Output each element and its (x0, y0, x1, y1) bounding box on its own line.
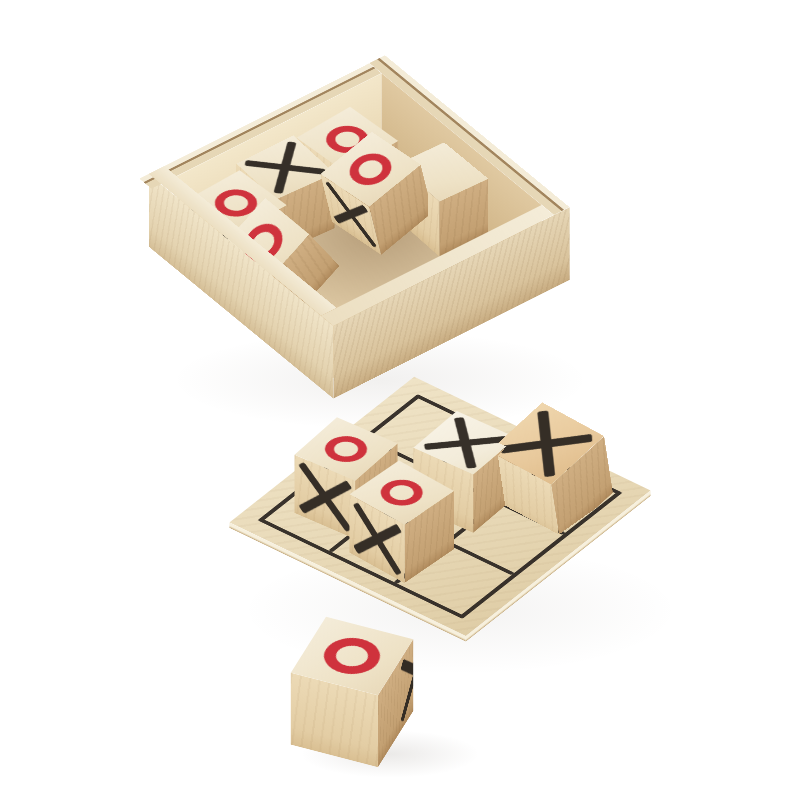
product-photo (0, 0, 800, 800)
o-symbol (315, 632, 388, 679)
o-symbol (371, 474, 432, 511)
o-symbol (341, 147, 399, 191)
o-symbol (316, 431, 376, 468)
